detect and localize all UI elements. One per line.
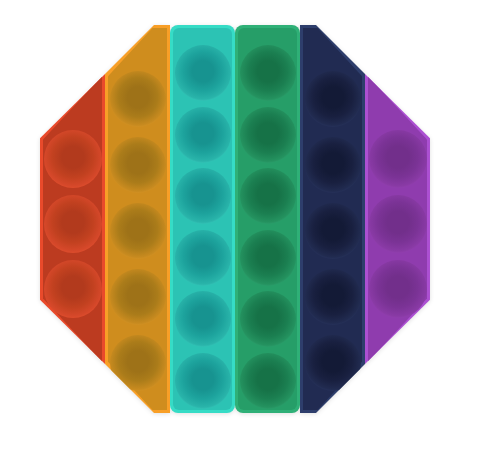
bubble-red-3[interactable] [44, 260, 102, 318]
bubble-teal-4[interactable] [175, 230, 231, 286]
bubble-green-6[interactable] [240, 353, 296, 409]
bubble-orange-4[interactable] [110, 269, 166, 325]
bubble-green-1[interactable] [240, 45, 296, 101]
column-orange [105, 25, 170, 413]
column-green [235, 25, 300, 413]
bubble-purple-2[interactable] [369, 195, 427, 253]
bubble-teal-2[interactable] [175, 107, 231, 163]
bubble-red-2[interactable] [44, 195, 102, 253]
bubble-stack-orange [105, 25, 170, 413]
bubble-navy-1[interactable] [305, 71, 361, 127]
bubble-green-3[interactable] [240, 168, 296, 224]
bubble-navy-2[interactable] [305, 137, 361, 193]
bubble-green-4[interactable] [240, 230, 296, 286]
bubble-stack-green [235, 25, 300, 413]
bubble-navy-3[interactable] [305, 203, 361, 259]
bubble-teal-1[interactable] [175, 45, 231, 101]
bubble-green-2[interactable] [240, 107, 296, 163]
bubble-purple-3[interactable] [369, 260, 427, 318]
column-teal [170, 25, 235, 413]
bubble-teal-5[interactable] [175, 291, 231, 347]
bubble-orange-3[interactable] [110, 203, 166, 259]
bubble-navy-5[interactable] [305, 335, 361, 391]
bubble-teal-6[interactable] [175, 353, 231, 409]
column-navy [300, 25, 365, 413]
bubble-green-5[interactable] [240, 291, 296, 347]
bubble-navy-4[interactable] [305, 269, 361, 325]
bubble-orange-2[interactable] [110, 137, 166, 193]
bubble-orange-5[interactable] [110, 335, 166, 391]
column-red [40, 25, 105, 413]
bubble-red-1[interactable] [44, 130, 102, 188]
bubble-stack-teal [170, 25, 235, 413]
popit-board [40, 25, 430, 413]
column-purple [365, 25, 430, 413]
bubble-teal-3[interactable] [175, 168, 231, 224]
bubble-stack-purple [365, 25, 430, 413]
bubble-purple-1[interactable] [369, 130, 427, 188]
bubble-stack-navy [300, 25, 365, 413]
bubble-stack-red [40, 25, 105, 413]
bubble-orange-1[interactable] [110, 71, 166, 127]
